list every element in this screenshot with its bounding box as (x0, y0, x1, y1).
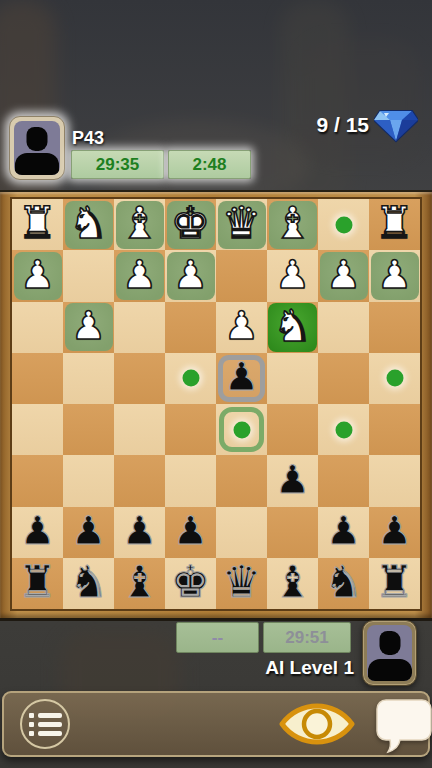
square-a2[interactable]: ♟ (369, 250, 420, 301)
piece-black-bishop: ♝ (267, 558, 318, 609)
legal-move-dot (182, 370, 199, 387)
legal-move-dot (386, 370, 403, 387)
top-player-move-clock: 2:48 (168, 150, 251, 179)
square-a6[interactable] (369, 455, 420, 506)
square-b3[interactable] (318, 302, 369, 353)
square-f6[interactable] (114, 455, 165, 506)
square-f5[interactable] (114, 404, 165, 455)
piece-black-pawn: ♟ (12, 507, 63, 558)
legal-move-dot (335, 421, 352, 438)
piece-white-knight: ♞ (63, 199, 114, 250)
square-c6[interactable]: ♟ (267, 455, 318, 506)
square-b4[interactable] (318, 353, 369, 404)
piece-black-rook: ♜ (12, 558, 63, 609)
top-player-main-clock: 29:35 (71, 150, 164, 179)
piece-black-knight: ♞ (318, 558, 369, 609)
piece-white-pawn: ♟ (267, 250, 318, 301)
chat-bubble-icon (372, 694, 432, 754)
piece-black-rook: ♜ (369, 558, 420, 609)
piece-white-pawn: ♟ (12, 250, 63, 301)
square-a4[interactable] (369, 353, 420, 404)
piece-black-pawn: ♟ (369, 507, 420, 558)
piece-white-rook: ♜ (369, 199, 420, 250)
square-e6[interactable] (165, 455, 216, 506)
square-g6[interactable] (63, 455, 114, 506)
menu-list-icon (29, 713, 62, 718)
piece-black-knight: ♞ (63, 558, 114, 609)
square-d5[interactable] (216, 404, 267, 455)
piece-black-queen: ♛ (216, 558, 267, 609)
piece-black-pawn: ♟ (267, 455, 318, 506)
piece-black-pawn: ♟ (216, 353, 267, 404)
square-c5[interactable] (267, 404, 318, 455)
chess-board[interactable]: ♜♞♝♚♛♝♜♟♟♟♟♟♟♟♟♞♟♟♟♟♟♟♟♟♜♞♝♚♛♝♞♜ (12, 199, 420, 609)
square-f2[interactable]: ♟ (114, 250, 165, 301)
square-c7[interactable] (267, 507, 318, 558)
top-player-timers: 29:35 2:48 (71, 150, 251, 179)
square-c4[interactable] (267, 353, 318, 404)
square-e5[interactable] (165, 404, 216, 455)
square-a1[interactable]: ♜ (369, 199, 420, 250)
piece-black-pawn: ♟ (318, 507, 369, 558)
piece-white-knight: ♞ (267, 302, 318, 353)
bottom-player-move-clock: 29:51 (263, 622, 351, 653)
piece-black-king: ♚ (165, 558, 216, 609)
square-h7[interactable]: ♟ (12, 507, 63, 558)
bottom-player-timers: -- 29:51 (176, 622, 351, 653)
square-d2[interactable] (216, 250, 267, 301)
gem-icon (374, 106, 418, 144)
square-d7[interactable] (216, 507, 267, 558)
square-g8[interactable]: ♞ (63, 558, 114, 609)
square-e7[interactable]: ♟ (165, 507, 216, 558)
piece-white-pawn: ♟ (369, 250, 420, 301)
square-d3[interactable]: ♟ (216, 302, 267, 353)
square-c1[interactable]: ♝ (267, 199, 318, 250)
piece-white-pawn: ♟ (165, 250, 216, 301)
square-d6[interactable] (216, 455, 267, 506)
square-a3[interactable] (369, 302, 420, 353)
show-moves-button[interactable] (279, 699, 355, 749)
square-b8[interactable]: ♞ (318, 558, 369, 609)
chat-button[interactable] (372, 694, 432, 754)
square-d1[interactable]: ♛ (216, 199, 267, 250)
square-h1[interactable]: ♜ (12, 199, 63, 250)
square-e3[interactable] (165, 302, 216, 353)
square-h5[interactable] (12, 404, 63, 455)
piece-white-pawn: ♟ (114, 250, 165, 301)
square-e1[interactable]: ♚ (165, 199, 216, 250)
piece-black-pawn: ♟ (165, 507, 216, 558)
piece-white-king: ♚ (165, 199, 216, 250)
square-f8[interactable]: ♝ (114, 558, 165, 609)
square-h6[interactable] (12, 455, 63, 506)
square-g3[interactable]: ♟ (63, 302, 114, 353)
square-b7[interactable]: ♟ (318, 507, 369, 558)
avatar-silhouette-icon (367, 625, 412, 681)
square-d8[interactable]: ♛ (216, 558, 267, 609)
square-c3[interactable]: ♞ (267, 302, 318, 353)
square-b1[interactable] (318, 199, 369, 250)
piece-black-bishop: ♝ (114, 558, 165, 609)
square-d4[interactable]: ♟ (216, 353, 267, 404)
bottom-player-name: AI Level 1 (265, 657, 354, 679)
piece-white-pawn: ♟ (216, 302, 267, 353)
legal-move-dot (335, 216, 352, 233)
square-h4[interactable] (12, 353, 63, 404)
bottom-player-avatar[interactable] (362, 620, 417, 686)
square-a5[interactable] (369, 404, 420, 455)
menu-button[interactable] (20, 699, 70, 749)
square-a7[interactable]: ♟ (369, 507, 420, 558)
piece-black-pawn: ♟ (63, 507, 114, 558)
square-b6[interactable] (318, 455, 369, 506)
piece-white-queen: ♛ (216, 199, 267, 250)
piece-white-pawn: ♟ (318, 250, 369, 301)
square-h2[interactable]: ♟ (12, 250, 63, 301)
square-g2[interactable] (63, 250, 114, 301)
square-c8[interactable]: ♝ (267, 558, 318, 609)
square-f1[interactable]: ♝ (114, 199, 165, 250)
gem-count-label: 9 / 15 (316, 113, 369, 137)
square-b5[interactable] (318, 404, 369, 455)
avatar-silhouette-icon (14, 121, 60, 175)
square-f7[interactable]: ♟ (114, 507, 165, 558)
square-a8[interactable]: ♜ (369, 558, 420, 609)
piece-white-bishop: ♝ (267, 199, 318, 250)
square-f4[interactable] (114, 353, 165, 404)
square-e2[interactable]: ♟ (165, 250, 216, 301)
eye-icon (279, 699, 355, 749)
chess-board-frame: ♜♞♝♚♛♝♜♟♟♟♟♟♟♟♟♞♟♟♟♟♟♟♟♟♜♞♝♚♛♝♞♜ (0, 190, 432, 621)
bottom-toolbar (2, 691, 430, 757)
top-player-avatar[interactable] (9, 116, 65, 180)
piece-white-bishop: ♝ (114, 199, 165, 250)
square-b2[interactable]: ♟ (318, 250, 369, 301)
square-e8[interactable]: ♚ (165, 558, 216, 609)
square-f3[interactable] (114, 302, 165, 353)
legal-move-dot (233, 421, 250, 438)
bottom-player-main-clock: -- (176, 622, 259, 653)
gem-counter[interactable]: 9 / 15 (316, 106, 418, 144)
piece-white-pawn: ♟ (63, 302, 114, 353)
square-h8[interactable]: ♜ (12, 558, 63, 609)
top-player-name: P43 (72, 128, 104, 149)
square-e4[interactable] (165, 353, 216, 404)
square-h3[interactable] (12, 302, 63, 353)
square-g1[interactable]: ♞ (63, 199, 114, 250)
piece-white-rook: ♜ (12, 199, 63, 250)
square-c2[interactable]: ♟ (267, 250, 318, 301)
square-g7[interactable]: ♟ (63, 507, 114, 558)
square-g4[interactable] (63, 353, 114, 404)
square-g5[interactable] (63, 404, 114, 455)
piece-black-pawn: ♟ (114, 507, 165, 558)
